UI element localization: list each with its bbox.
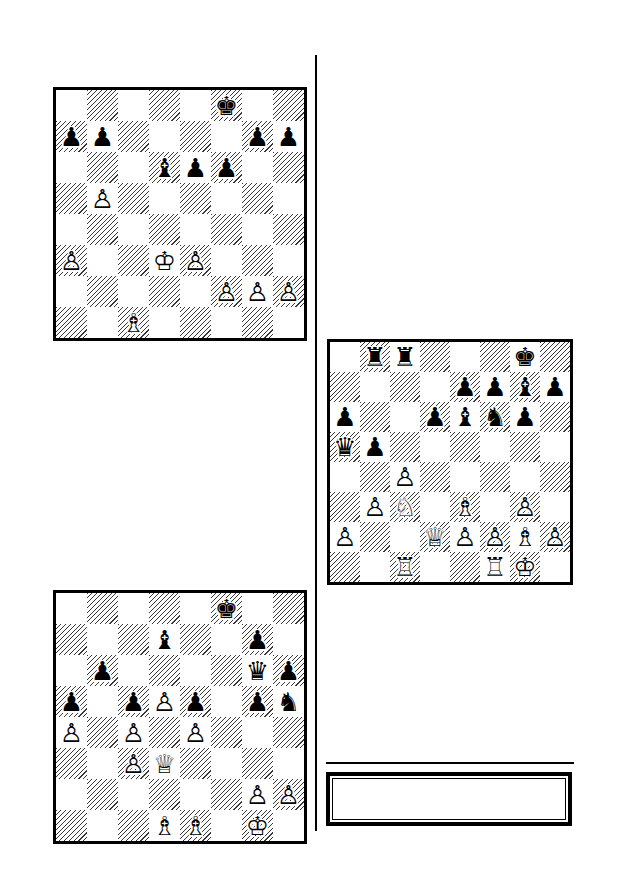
square-c6 [118, 655, 149, 686]
white-pawn-icon: ♙ [60, 248, 83, 274]
square-b6: ♟ [87, 655, 118, 686]
square-g3 [242, 748, 273, 779]
square-f7 [211, 624, 242, 655]
square-d1 [149, 307, 180, 338]
square-a5 [56, 183, 87, 214]
square-h6: ♟ [273, 655, 304, 686]
square-a5: ♟ [56, 686, 87, 717]
square-d5 [149, 183, 180, 214]
black-queen-icon: ♛ [333, 434, 356, 460]
square-f7: ♟ [480, 372, 510, 402]
square-a3 [56, 748, 87, 779]
square-c4: ♙ [118, 717, 149, 748]
square-b8 [87, 90, 118, 121]
square-g3: ♙ [510, 492, 540, 522]
square-a6: ♟ [330, 402, 360, 432]
square-h8 [540, 342, 570, 372]
square-f4 [211, 214, 242, 245]
square-g6: ♛ [242, 655, 273, 686]
square-g5 [510, 432, 540, 462]
square-e5: ♟ [180, 686, 211, 717]
square-f2: ♙ [211, 276, 242, 307]
white-pawn-icon: ♙ [246, 279, 269, 305]
black-pawn-icon: ♟ [91, 658, 114, 684]
square-c1: ♗ [118, 307, 149, 338]
square-d8 [149, 593, 180, 624]
white-rook-icon: ♖ [483, 554, 506, 580]
square-d1: ♗ [149, 810, 180, 841]
black-king-icon: ♚ [215, 596, 238, 622]
square-b1 [87, 307, 118, 338]
square-e8 [180, 593, 211, 624]
white-pawn-icon: ♙ [153, 689, 176, 715]
white-queen-icon: ♕ [423, 524, 446, 550]
square-e5 [450, 432, 480, 462]
square-c5: ♟ [118, 686, 149, 717]
square-e3 [180, 748, 211, 779]
square-c8 [118, 593, 149, 624]
square-a3 [330, 492, 360, 522]
square-b2 [87, 276, 118, 307]
white-pawn-icon: ♙ [184, 720, 207, 746]
white-queen-icon: ♕ [153, 751, 176, 777]
square-d4 [420, 462, 450, 492]
black-king-icon: ♚ [215, 93, 238, 119]
square-g1: ♔ [510, 552, 540, 582]
square-d8 [149, 90, 180, 121]
square-a7 [56, 624, 87, 655]
square-d5: ♙ [149, 686, 180, 717]
square-f4 [211, 717, 242, 748]
black-king-icon: ♚ [513, 344, 536, 370]
square-b5 [87, 686, 118, 717]
black-pawn-icon: ♟ [423, 404, 446, 430]
square-g4 [242, 717, 273, 748]
square-c8 [118, 90, 149, 121]
white-bishop-icon: ♗ [153, 813, 176, 839]
square-b1 [360, 552, 390, 582]
square-g5: ♟ [242, 686, 273, 717]
square-h6 [540, 402, 570, 432]
square-d1 [420, 552, 450, 582]
square-b6 [87, 152, 118, 183]
square-g1 [242, 307, 273, 338]
black-pawn-icon: ♟ [60, 689, 83, 715]
square-h1 [273, 810, 304, 841]
square-e4 [450, 462, 480, 492]
square-e4 [180, 214, 211, 245]
square-a7: ♟ [56, 121, 87, 152]
square-f8: ♚ [211, 90, 242, 121]
square-g7: ♟ [242, 121, 273, 152]
white-pawn-icon: ♙ [277, 782, 300, 808]
white-pawn-icon: ♙ [91, 186, 114, 212]
square-h2: ♙ [273, 779, 304, 810]
square-h4 [540, 462, 570, 492]
white-pawn-icon: ♙ [246, 782, 269, 808]
square-e1 [450, 552, 480, 582]
black-bishop-icon: ♝ [153, 155, 176, 181]
square-e4: ♙ [180, 717, 211, 748]
square-c5 [118, 183, 149, 214]
square-g8 [242, 90, 273, 121]
square-e3: ♙ [180, 245, 211, 276]
black-queen-icon: ♛ [246, 658, 269, 684]
square-b4 [87, 214, 118, 245]
square-h3 [540, 492, 570, 522]
black-bishop-icon: ♝ [153, 627, 176, 653]
black-pawn-icon: ♟ [246, 627, 269, 653]
square-e8 [180, 90, 211, 121]
square-h1 [273, 307, 304, 338]
square-g8: ♚ [510, 342, 540, 372]
square-c1 [118, 810, 149, 841]
white-knight-icon: ♘ [393, 494, 416, 520]
square-d4 [149, 717, 180, 748]
black-pawn-icon: ♟ [60, 124, 83, 150]
square-g2: ♗ [510, 522, 540, 552]
square-c7 [390, 372, 420, 402]
square-a7 [330, 372, 360, 402]
square-e6: ♝ [450, 402, 480, 432]
square-b8: ♜ [360, 342, 390, 372]
square-d7 [149, 121, 180, 152]
square-d3: ♔ [149, 245, 180, 276]
white-bishop-icon: ♗ [122, 310, 145, 336]
square-a5: ♛ [330, 432, 360, 462]
book-page: ♚♟♟♟♟♝♟♟♙♙♔♙♙♙♙♗ ♜♜♚♟♟♝♟♟♟♝♞♟♛♟♙♙♘♗♙♙♕♙♙… [0, 0, 630, 892]
square-e2 [180, 276, 211, 307]
square-b2 [87, 779, 118, 810]
square-e3: ♗ [450, 492, 480, 522]
black-knight-icon: ♞ [483, 404, 506, 430]
square-e6: ♟ [180, 152, 211, 183]
square-g7: ♝ [510, 372, 540, 402]
square-f2 [211, 779, 242, 810]
square-e2 [180, 779, 211, 810]
square-c8: ♜ [390, 342, 420, 372]
white-pawn-icon: ♙ [483, 524, 506, 550]
white-king-icon: ♔ [513, 554, 536, 580]
square-b5: ♟ [360, 432, 390, 462]
square-e2: ♙ [450, 522, 480, 552]
square-b3 [87, 245, 118, 276]
white-pawn-icon: ♙ [363, 494, 386, 520]
square-e1: ♗ [180, 810, 211, 841]
white-king-icon: ♔ [246, 813, 269, 839]
square-f5 [211, 183, 242, 214]
black-bishop-icon: ♝ [453, 404, 476, 430]
square-f5 [480, 432, 510, 462]
square-d4 [149, 214, 180, 245]
square-a8 [330, 342, 360, 372]
square-f6 [211, 655, 242, 686]
square-h1 [540, 552, 570, 582]
square-g4 [510, 462, 540, 492]
caption-box-inner [332, 778, 566, 820]
black-knight-icon: ♞ [277, 689, 300, 715]
white-pawn-icon: ♙ [513, 494, 536, 520]
black-rook-icon: ♜ [363, 344, 386, 370]
square-c2 [390, 522, 420, 552]
square-b3: ♙ [360, 492, 390, 522]
square-b6 [360, 402, 390, 432]
black-pawn-icon: ♟ [543, 374, 566, 400]
white-pawn-icon: ♙ [333, 524, 356, 550]
square-d2: ♕ [420, 522, 450, 552]
square-g7: ♟ [242, 624, 273, 655]
square-c7 [118, 121, 149, 152]
square-h2: ♙ [273, 276, 304, 307]
square-d7 [420, 372, 450, 402]
square-h3 [273, 748, 304, 779]
square-b8 [87, 593, 118, 624]
square-f8 [480, 342, 510, 372]
black-pawn-icon: ♟ [333, 404, 356, 430]
black-pawn-icon: ♟ [277, 124, 300, 150]
square-c4: ♙ [390, 462, 420, 492]
square-h7: ♟ [540, 372, 570, 402]
square-g6 [242, 152, 273, 183]
chess-board-top-left: ♚♟♟♟♟♝♟♟♙♙♔♙♙♙♙♗ [53, 87, 307, 341]
square-a4 [330, 462, 360, 492]
square-h5 [540, 432, 570, 462]
footer-rule [326, 762, 574, 764]
square-f1 [211, 810, 242, 841]
black-pawn-icon: ♟ [453, 374, 476, 400]
white-bishop-icon: ♗ [184, 813, 207, 839]
square-c7 [118, 624, 149, 655]
square-g4 [242, 214, 273, 245]
square-a8 [56, 593, 87, 624]
square-h8 [273, 593, 304, 624]
white-bishop-icon: ♗ [513, 524, 536, 550]
square-a6 [56, 655, 87, 686]
square-a2: ♙ [330, 522, 360, 552]
white-pawn-icon: ♙ [122, 720, 145, 746]
square-a1 [56, 810, 87, 841]
white-pawn-icon: ♙ [393, 464, 416, 490]
square-f7 [211, 121, 242, 152]
square-b7 [360, 372, 390, 402]
square-d3: ♕ [149, 748, 180, 779]
black-pawn-icon: ♟ [184, 689, 207, 715]
square-a4: ♙ [56, 717, 87, 748]
square-c3: ♘ [390, 492, 420, 522]
black-pawn-icon: ♟ [215, 155, 238, 181]
square-b4 [87, 717, 118, 748]
square-c6 [118, 152, 149, 183]
white-pawn-icon: ♙ [453, 524, 476, 550]
square-g1: ♔ [242, 810, 273, 841]
black-pawn-icon: ♟ [246, 124, 269, 150]
white-rook-icon: ♖ [393, 554, 416, 580]
square-h6 [273, 152, 304, 183]
square-c5 [390, 432, 420, 462]
square-c1: ♖ [390, 552, 420, 582]
square-c3: ♙ [118, 748, 149, 779]
white-pawn-icon: ♙ [122, 751, 145, 777]
square-c2 [118, 276, 149, 307]
chess-board-bottom-left: ♚♝♟♟♛♟♟♟♙♟♟♞♙♙♙♙♕♙♙♗♗♔ [53, 590, 307, 844]
square-h8 [273, 90, 304, 121]
square-f8: ♚ [211, 593, 242, 624]
square-e7 [180, 624, 211, 655]
white-pawn-icon: ♙ [215, 279, 238, 305]
square-c2 [118, 779, 149, 810]
black-bishop-icon: ♝ [513, 374, 536, 400]
square-e5 [180, 183, 211, 214]
white-pawn-icon: ♙ [184, 248, 207, 274]
black-pawn-icon: ♟ [483, 374, 506, 400]
black-pawn-icon: ♟ [91, 124, 114, 150]
square-h7 [273, 624, 304, 655]
square-b4 [360, 462, 390, 492]
square-f3 [480, 492, 510, 522]
square-b5: ♙ [87, 183, 118, 214]
square-g2: ♙ [242, 276, 273, 307]
square-c4 [118, 214, 149, 245]
square-d2 [149, 276, 180, 307]
black-pawn-icon: ♟ [363, 434, 386, 460]
square-e1 [180, 307, 211, 338]
square-d5 [420, 432, 450, 462]
square-f3 [211, 748, 242, 779]
black-pawn-icon: ♟ [246, 689, 269, 715]
white-pawn-icon: ♙ [60, 720, 83, 746]
square-b2 [360, 522, 390, 552]
square-f6: ♞ [480, 402, 510, 432]
black-pawn-icon: ♟ [513, 404, 536, 430]
square-b1 [87, 810, 118, 841]
square-c6 [390, 402, 420, 432]
square-d6: ♝ [149, 152, 180, 183]
white-bishop-icon: ♗ [453, 494, 476, 520]
square-g3 [242, 245, 273, 276]
square-a4 [56, 214, 87, 245]
square-e7 [180, 121, 211, 152]
square-c3 [118, 245, 149, 276]
white-pawn-icon: ♙ [543, 524, 566, 550]
square-a8 [56, 90, 87, 121]
square-e8 [450, 342, 480, 372]
black-rook-icon: ♜ [393, 344, 416, 370]
square-a1 [56, 307, 87, 338]
square-d6: ♟ [420, 402, 450, 432]
square-h7: ♟ [273, 121, 304, 152]
square-a3: ♙ [56, 245, 87, 276]
square-h5 [273, 183, 304, 214]
white-pawn-icon: ♙ [277, 279, 300, 305]
square-b3 [87, 748, 118, 779]
square-f1: ♖ [480, 552, 510, 582]
square-d6 [149, 655, 180, 686]
caption-box [326, 772, 572, 826]
square-f4 [480, 462, 510, 492]
white-king-icon: ♔ [153, 248, 176, 274]
square-g2: ♙ [242, 779, 273, 810]
square-g5 [242, 183, 273, 214]
square-f1 [211, 307, 242, 338]
square-a6 [56, 152, 87, 183]
square-f6: ♟ [211, 152, 242, 183]
square-d2 [149, 779, 180, 810]
chess-board-middle-right: ♜♜♚♟♟♝♟♟♟♝♞♟♛♟♙♙♘♗♙♙♕♙♙♗♙♖♖♔ [327, 339, 573, 585]
square-d3 [420, 492, 450, 522]
square-d8 [420, 342, 450, 372]
square-g6: ♟ [510, 402, 540, 432]
black-pawn-icon: ♟ [122, 689, 145, 715]
square-a2 [56, 276, 87, 307]
square-h4 [273, 717, 304, 748]
square-f3 [211, 245, 242, 276]
square-e6 [180, 655, 211, 686]
black-pawn-icon: ♟ [277, 658, 300, 684]
square-b7: ♟ [87, 121, 118, 152]
square-h2: ♙ [540, 522, 570, 552]
black-pawn-icon: ♟ [184, 155, 207, 181]
column-divider-rule [315, 55, 317, 831]
square-h5: ♞ [273, 686, 304, 717]
square-b7 [87, 624, 118, 655]
square-d7: ♝ [149, 624, 180, 655]
square-a2 [56, 779, 87, 810]
square-a1 [330, 552, 360, 582]
square-f2: ♙ [480, 522, 510, 552]
square-g8 [242, 593, 273, 624]
square-f5 [211, 686, 242, 717]
square-h4 [273, 214, 304, 245]
square-e7: ♟ [450, 372, 480, 402]
square-h3 [273, 245, 304, 276]
